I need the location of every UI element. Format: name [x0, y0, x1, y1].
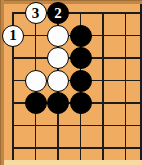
board-bottom-margin [4, 160, 142, 165]
white-stone [47, 25, 69, 47]
black-stone [70, 70, 92, 92]
black-stone [47, 92, 69, 114]
black-stone [70, 47, 92, 69]
white-stone-move-3: 3 [25, 2, 47, 24]
white-stone [47, 47, 69, 69]
white-stone [25, 70, 47, 92]
white-stone [47, 70, 69, 92]
board-border-left [0, 0, 4, 165]
black-stone-move-2: 2 [47, 2, 69, 24]
grid-line-horizontal [12, 147, 141, 149]
grid-line-horizontal [12, 125, 141, 127]
black-stone [70, 92, 92, 114]
go-diagram: 321 [0, 0, 142, 165]
black-stone [25, 92, 47, 114]
black-stone [70, 25, 92, 47]
board-right-crop-line [140, 4, 142, 160]
board-border-top [0, 0, 142, 4]
white-stone-move-1: 1 [2, 25, 24, 47]
